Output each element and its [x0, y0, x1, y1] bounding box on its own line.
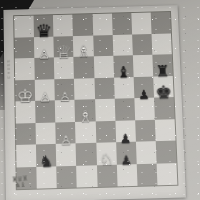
- square-e3[interactable]: [95, 120, 116, 142]
- square-h6[interactable]: ♜: [152, 54, 173, 76]
- square-c7[interactable]: ♕: [54, 36, 74, 58]
- black-pawn-f3[interactable]: ♟: [120, 133, 132, 144]
- mat-side-text: CHESS: [6, 59, 11, 79]
- square-h3[interactable]: [155, 119, 176, 141]
- white-pawn-c5[interactable]: ♙: [59, 91, 71, 102]
- square-d7[interactable]: ♗: [73, 35, 93, 57]
- square-g2[interactable]: [136, 141, 157, 164]
- square-e8[interactable]: [92, 14, 112, 36]
- square-g1[interactable]: [136, 163, 157, 186]
- black-queen-b8[interactable]: ♛: [35, 23, 52, 39]
- white-pawn-b5[interactable]: ♙: [39, 92, 51, 103]
- square-g5[interactable]: ♟: [133, 76, 154, 98]
- photo-canvas: CHESS ♜♛♜ ♞♝ ♛♙♕♗♝♜♔♙♙♟♚♗♙♟♞♘♟: [0, 0, 200, 200]
- black-rook-h6[interactable]: ♜: [155, 65, 170, 78]
- black-king-h5[interactable]: ♚: [155, 84, 172, 100]
- square-e6[interactable]: [93, 56, 113, 78]
- square-b8[interactable]: ♛: [34, 15, 54, 37]
- square-a2[interactable]: [16, 144, 36, 167]
- square-d4[interactable]: ♗: [75, 99, 95, 121]
- square-f8[interactable]: [112, 13, 132, 35]
- square-e5[interactable]: [94, 77, 114, 99]
- square-h8[interactable]: [151, 12, 171, 34]
- vinyl-chess-mat: CHESS ♜♛♜ ♞♝ ♛♙♕♗♝♜♔♙♙♟♚♗♙♟♞♘♟: [3, 5, 185, 200]
- square-c5[interactable]: ♙: [55, 78, 75, 100]
- square-d5[interactable]: [74, 78, 94, 100]
- square-a5[interactable]: ♔: [15, 79, 35, 101]
- square-f4[interactable]: [114, 98, 135, 120]
- black-pawn-g5[interactable]: ♟: [138, 89, 150, 100]
- square-h2[interactable]: [156, 141, 177, 164]
- square-a7[interactable]: [14, 37, 34, 59]
- square-e7[interactable]: [93, 35, 113, 57]
- white-king-a5[interactable]: ♔: [17, 87, 34, 103]
- square-e4[interactable]: [95, 99, 115, 121]
- square-c8[interactable]: [53, 15, 73, 37]
- square-g8[interactable]: [131, 12, 151, 34]
- white-pawn-b7[interactable]: ♙: [38, 49, 50, 60]
- square-b5[interactable]: ♙: [35, 79, 55, 101]
- square-d8[interactable]: [73, 14, 93, 36]
- square-c3[interactable]: ♙: [56, 121, 76, 143]
- white-bishop-d4[interactable]: ♗: [78, 110, 92, 124]
- black-bishop-f6[interactable]: ♝: [116, 66, 130, 79]
- white-bishop-d7[interactable]: ♗: [76, 45, 90, 58]
- mat-logo: ♜♛♜ ♞♝: [11, 176, 28, 189]
- square-f6[interactable]: ♝: [113, 55, 133, 77]
- white-knight-e2[interactable]: ♘: [99, 153, 114, 167]
- square-c1[interactable]: [56, 165, 77, 188]
- square-b2[interactable]: ♞: [36, 144, 56, 167]
- square-g6[interactable]: [133, 55, 153, 77]
- black-knight-b2[interactable]: ♞: [39, 155, 54, 169]
- white-queen-c7[interactable]: ♕: [55, 44, 72, 60]
- square-a8[interactable]: [14, 16, 34, 38]
- white-pawn-c3[interactable]: ♙: [60, 135, 72, 146]
- square-f3[interactable]: ♟: [115, 120, 136, 142]
- square-e2[interactable]: ♘: [96, 142, 117, 165]
- square-a6[interactable]: [15, 58, 35, 80]
- square-h7[interactable]: [151, 33, 171, 55]
- black-pawn-f2[interactable]: ♟: [120, 155, 132, 166]
- square-a3[interactable]: [16, 123, 36, 145]
- square-h1[interactable]: [156, 163, 177, 186]
- square-d1[interactable]: [76, 165, 97, 188]
- square-g3[interactable]: [135, 119, 156, 141]
- square-f7[interactable]: [112, 34, 132, 56]
- square-d2[interactable]: [76, 143, 97, 166]
- chess-board: ♛♙♕♗♝♜♔♙♙♟♚♗♙♟♞♘♟: [14, 12, 177, 189]
- square-b3[interactable]: [36, 122, 56, 144]
- square-g7[interactable]: [132, 34, 152, 56]
